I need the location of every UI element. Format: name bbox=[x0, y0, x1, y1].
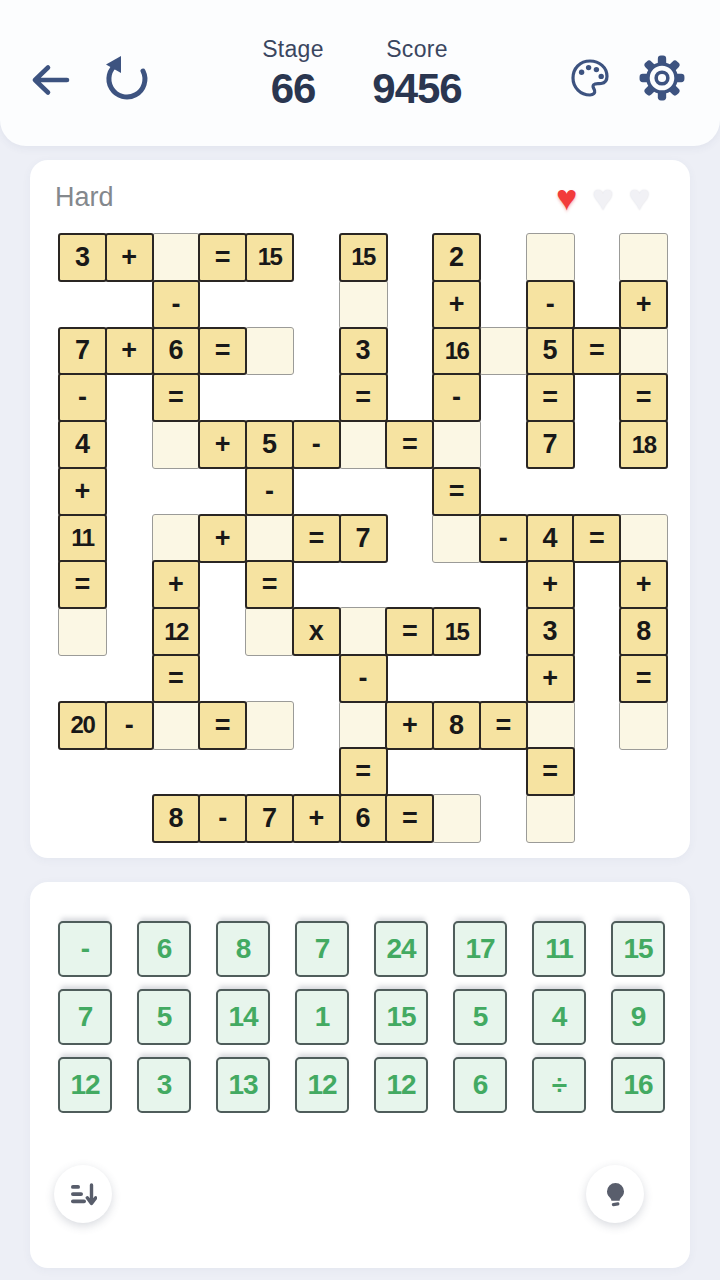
board-cell-r3c12: = bbox=[572, 327, 621, 376]
board-cell-r4c13: = bbox=[619, 373, 668, 422]
board-cell-r8c11: + bbox=[526, 560, 575, 609]
board-cell-r13c6: + bbox=[292, 794, 341, 843]
board-cell-r1c4: = bbox=[198, 233, 247, 282]
board-cell-r9c7[interactable] bbox=[339, 607, 388, 656]
board-cell-r9c9: 15 bbox=[432, 607, 481, 656]
tray-tile-8[interactable]: 15 bbox=[611, 921, 665, 977]
board-cell-r8c13: + bbox=[619, 560, 668, 609]
board-cell-r5c4: + bbox=[198, 420, 247, 469]
board-cell-r1c13[interactable] bbox=[619, 233, 668, 282]
board-cell-r11c13[interactable] bbox=[619, 701, 668, 750]
tray-row: -68724171115 bbox=[58, 921, 665, 977]
stage-value: 66 bbox=[262, 65, 324, 113]
tray-tile-12[interactable]: 1 bbox=[295, 989, 349, 1045]
board-cell-r13c5: 7 bbox=[245, 794, 294, 843]
board-cell-r12c7: = bbox=[339, 747, 388, 796]
board-cell-r8c1: = bbox=[58, 560, 107, 609]
board-cell-r4c11: = bbox=[526, 373, 575, 422]
board-cell-r9c13: 8 bbox=[619, 607, 668, 656]
board-cell-r11c4: = bbox=[198, 701, 247, 750]
tray-tile-16[interactable]: 9 bbox=[611, 989, 665, 1045]
tray-tile-1[interactable]: - bbox=[58, 921, 112, 977]
tray-tile-13[interactable]: 15 bbox=[374, 989, 428, 1045]
board-cell-r2c11: - bbox=[526, 280, 575, 329]
board-cell-r7c7: 7 bbox=[339, 514, 388, 563]
board-cell-r10c11: + bbox=[526, 654, 575, 703]
restart-button[interactable] bbox=[102, 54, 152, 106]
board-cell-r5c9[interactable] bbox=[432, 420, 481, 469]
board-cell-r11c1: 20 bbox=[58, 701, 107, 750]
board-cell-r4c9: - bbox=[432, 373, 481, 422]
board-cell-r10c3: = bbox=[152, 654, 201, 703]
tray-tile-4[interactable]: 7 bbox=[295, 921, 349, 977]
board-cell-r6c5: - bbox=[245, 467, 294, 516]
board-cell-r7c3[interactable] bbox=[152, 514, 201, 563]
board-cell-r3c10[interactable] bbox=[479, 327, 528, 376]
stage-stat: Stage 66 bbox=[262, 36, 324, 113]
board-cell-r5c5: 5 bbox=[245, 420, 294, 469]
board-cell-r11c2: - bbox=[105, 701, 154, 750]
score-label: Score bbox=[372, 36, 461, 63]
board-cell-r7c1: 11 bbox=[58, 514, 107, 563]
board-cell-r1c11[interactable] bbox=[526, 233, 575, 282]
board-grid: 3+=15152-+-+7+6=3165=-==-==4+5-=718+-=11… bbox=[58, 233, 666, 841]
board-cell-r3c5[interactable] bbox=[245, 327, 294, 376]
heart-icon-2: ♥ bbox=[592, 180, 613, 216]
board-cell-r7c10: - bbox=[479, 514, 528, 563]
board-cell-r6c1: + bbox=[58, 467, 107, 516]
board-cell-r6c9: = bbox=[432, 467, 481, 516]
board-cell-r11c7[interactable] bbox=[339, 701, 388, 750]
board-cell-r2c3: - bbox=[152, 280, 201, 329]
board-cell-r5c6: - bbox=[292, 420, 341, 469]
board-cell-r3c7: 3 bbox=[339, 327, 388, 376]
board-cell-r13c11[interactable] bbox=[526, 794, 575, 843]
board-cell-r9c1[interactable] bbox=[58, 607, 107, 656]
back-button[interactable] bbox=[26, 60, 74, 100]
board-cell-r1c2: + bbox=[105, 233, 154, 282]
board-cell-r9c5[interactable] bbox=[245, 607, 294, 656]
board-cell-r11c8: + bbox=[385, 701, 434, 750]
restart-icon bbox=[102, 54, 152, 106]
score-value: 9456 bbox=[372, 65, 461, 113]
board-cell-r11c10: = bbox=[479, 701, 528, 750]
board-cell-r3c2: + bbox=[105, 327, 154, 376]
board-cell-r3c9: 16 bbox=[432, 327, 481, 376]
board-cell-r3c1: 7 bbox=[58, 327, 107, 376]
tray-row: 7514115549 bbox=[58, 989, 665, 1045]
board-cell-r13c3: 8 bbox=[152, 794, 201, 843]
board-cell-r9c11: 3 bbox=[526, 607, 575, 656]
tray-tile-2[interactable]: 6 bbox=[137, 921, 191, 977]
tray-tile-14[interactable]: 5 bbox=[453, 989, 507, 1045]
board-cell-r11c5[interactable] bbox=[245, 701, 294, 750]
tray-tile-3[interactable]: 8 bbox=[216, 921, 270, 977]
score-stat: Score 9456 bbox=[372, 36, 461, 113]
board-cell-r9c3: 12 bbox=[152, 607, 201, 656]
puzzle-card: Hard ♥♥♥ 3+=15152-+-+7+6=3165=-==-==4+5-… bbox=[30, 160, 690, 858]
board-cell-r7c9[interactable] bbox=[432, 514, 481, 563]
board-cell-r8c5: = bbox=[245, 560, 294, 609]
board-cell-r7c12: = bbox=[572, 514, 621, 563]
board-cell-r13c4: - bbox=[198, 794, 247, 843]
tray-tile-19[interactable]: 13 bbox=[216, 1057, 270, 1113]
board-cell-r3c11: 5 bbox=[526, 327, 575, 376]
heart-icon-1: ♥ bbox=[556, 180, 577, 216]
board-cell-r1c3[interactable] bbox=[152, 233, 201, 282]
board-cell-r2c7[interactable] bbox=[339, 280, 388, 329]
tray-tile-22[interactable]: 6 bbox=[453, 1057, 507, 1113]
tray-tile-9[interactable]: 7 bbox=[58, 989, 112, 1045]
board-cell-r3c4: = bbox=[198, 327, 247, 376]
board-cell-r3c3: 6 bbox=[152, 327, 201, 376]
board-cell-r7c5[interactable] bbox=[245, 514, 294, 563]
tray-tile-15[interactable]: 4 bbox=[532, 989, 586, 1045]
board-cell-r4c1: - bbox=[58, 373, 107, 422]
board-cell-r7c11: 4 bbox=[526, 514, 575, 563]
tray-tile-7[interactable]: 11 bbox=[532, 921, 586, 977]
tray-tile-5[interactable]: 24 bbox=[374, 921, 428, 977]
tray-card: -68724171115 7514115549 1231312126÷16 bbox=[30, 882, 690, 1268]
tray-tile-6[interactable]: 17 bbox=[453, 921, 507, 977]
tray-tile-11[interactable]: 14 bbox=[216, 989, 270, 1045]
hint-button[interactable] bbox=[586, 1165, 644, 1223]
tray-tile-20[interactable]: 12 bbox=[295, 1057, 349, 1113]
difficulty-label: Hard bbox=[55, 182, 114, 213]
board-cell-r7c13[interactable] bbox=[619, 514, 668, 563]
lightbulb-icon bbox=[602, 1181, 629, 1208]
board-cell-r5c8: = bbox=[385, 420, 434, 469]
settings-button[interactable] bbox=[638, 54, 686, 102]
tray-row: 1231312126÷16 bbox=[58, 1057, 665, 1113]
top-bar: Stage 66 Score 9456 bbox=[0, 0, 720, 146]
sort-tiles-button[interactable] bbox=[54, 1165, 112, 1223]
board-cell-r5c13: 18 bbox=[619, 420, 668, 469]
tray-tile-17[interactable]: 12 bbox=[58, 1057, 112, 1113]
board-cell-r12c11: = bbox=[526, 747, 575, 796]
tray-tile-23[interactable]: ÷ bbox=[532, 1057, 586, 1113]
board-cell-r8c3: + bbox=[152, 560, 201, 609]
board-cell-r13c7: 6 bbox=[339, 794, 388, 843]
board-cell-r1c7: 15 bbox=[339, 233, 388, 282]
board-cell-r13c9[interactable] bbox=[432, 794, 481, 843]
tray-tile-24[interactable]: 16 bbox=[611, 1057, 665, 1113]
board-cell-r13c8: = bbox=[385, 794, 434, 843]
board-cell-r7c6: = bbox=[292, 514, 341, 563]
stage-label: Stage bbox=[262, 36, 324, 63]
board-cell-r10c13: = bbox=[619, 654, 668, 703]
heart-icon-3: ♥ bbox=[629, 180, 650, 216]
board-cell-r1c5: 15 bbox=[245, 233, 294, 282]
board-cell-r2c13: + bbox=[619, 280, 668, 329]
board-cell-r1c9: 2 bbox=[432, 233, 481, 282]
theme-button[interactable] bbox=[568, 56, 612, 100]
board-cell-r3c13[interactable] bbox=[619, 327, 668, 376]
board-cell-r4c7: = bbox=[339, 373, 388, 422]
gear-icon bbox=[638, 54, 686, 102]
board-cell-r4c3: = bbox=[152, 373, 201, 422]
board-cell-r5c7[interactable] bbox=[339, 420, 388, 469]
board-cell-r1c1: 3 bbox=[58, 233, 107, 282]
tray-tile-18[interactable]: 3 bbox=[137, 1057, 191, 1113]
board-cell-r7c4: + bbox=[198, 514, 247, 563]
palette-icon bbox=[568, 56, 612, 100]
board-cell-r5c1: 4 bbox=[58, 420, 107, 469]
left-arrow-icon bbox=[27, 61, 73, 99]
board-cell-r5c3[interactable] bbox=[152, 420, 201, 469]
board-cell-r9c6: x bbox=[292, 607, 341, 656]
board-cell-r2c9: + bbox=[432, 280, 481, 329]
board-cell-r11c3[interactable] bbox=[152, 701, 201, 750]
app-screen: Stage 66 Score 9456 bbox=[0, 0, 720, 1280]
board-cell-r11c11[interactable] bbox=[526, 701, 575, 750]
board-cell-r11c9: 8 bbox=[432, 701, 481, 750]
tray-tile-10[interactable]: 5 bbox=[137, 989, 191, 1045]
tray-tile-21[interactable]: 12 bbox=[374, 1057, 428, 1113]
sort-icon bbox=[70, 1182, 97, 1207]
board-cell-r9c8: = bbox=[385, 607, 434, 656]
board-cell-r10c7: - bbox=[339, 654, 388, 703]
board-cell-r5c11: 7 bbox=[526, 420, 575, 469]
lives-hearts: ♥♥♥ bbox=[556, 180, 650, 216]
